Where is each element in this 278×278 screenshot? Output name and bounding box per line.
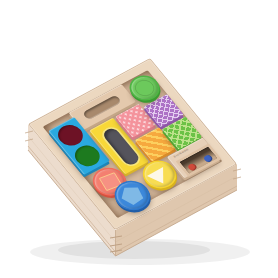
product-photo: EverEarth® bbox=[0, 0, 278, 278]
red-bead bbox=[186, 162, 197, 171]
blue-bead bbox=[202, 154, 213, 163]
green-circle bbox=[70, 142, 105, 170]
